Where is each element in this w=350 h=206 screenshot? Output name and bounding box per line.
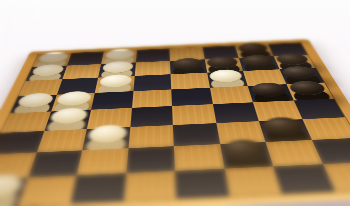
black-checker-glyph: ⛂ <box>240 54 275 67</box>
white-checker-glyph: ⛀ <box>98 74 132 88</box>
square-c5[interactable] <box>91 91 133 110</box>
black-checker-glyph: ⛂ <box>206 56 239 69</box>
square-d4[interactable] <box>130 106 173 127</box>
white-checker-glyph: ⛀ <box>36 51 69 63</box>
square-h3[interactable] <box>302 117 350 140</box>
white-checker-glyph: ⛀ <box>209 69 244 83</box>
black-checker-glyph: ⛂ <box>222 139 267 161</box>
white-checker-c8[interactable]: ⛀ <box>104 48 134 60</box>
square-b4[interactable]: ⛀ <box>44 110 91 131</box>
square-f5[interactable] <box>209 86 252 104</box>
white-checker-c7[interactable]: ⛀ <box>101 61 133 74</box>
square-c1[interactable] <box>70 173 125 204</box>
square-b2[interactable] <box>28 150 83 177</box>
black-checker-f2[interactable]: ⛂ <box>222 139 267 161</box>
square-f4[interactable] <box>212 102 258 123</box>
square-a5[interactable]: ⛀ <box>10 94 56 113</box>
square-e1[interactable] <box>175 168 229 198</box>
square-b1[interactable] <box>18 175 77 206</box>
square-d2[interactable] <box>126 146 175 173</box>
black-checker-glyph: ⛂ <box>287 80 328 95</box>
black-checker-g3[interactable]: ⛂ <box>261 116 306 135</box>
black-checker-g8[interactable]: ⛂ <box>237 43 270 54</box>
square-d3[interactable] <box>128 125 174 148</box>
square-e5[interactable] <box>171 88 212 106</box>
black-checker-glyph: ⛂ <box>261 116 306 135</box>
square-e4[interactable] <box>172 104 216 125</box>
black-checker-f7[interactable]: ⛂ <box>206 56 239 69</box>
black-checker-h6[interactable]: ⛂ <box>281 66 319 80</box>
checkers-board: ⛀⛀⛂⛀⛀⛂⛂⛂⛂⛀⛀⛂⛀⛀⛂⛂⛀⛀⛂⛂⛀ <box>0 39 350 206</box>
square-h4[interactable] <box>293 99 344 119</box>
square-c2[interactable] <box>77 148 128 175</box>
square-f1[interactable] <box>224 166 282 196</box>
white-checker-a8[interactable]: ⛀ <box>36 51 69 63</box>
black-checker-glyph: ⛂ <box>250 82 289 97</box>
white-checker-glyph: ⛀ <box>55 91 93 107</box>
white-checker-f6[interactable]: ⛀ <box>209 69 244 83</box>
black-checker-g5[interactable]: ⛂ <box>250 82 289 97</box>
square-c3[interactable]: ⛀ <box>82 127 130 151</box>
white-checker-c3[interactable]: ⛀ <box>87 124 128 144</box>
white-checker-c6[interactable]: ⛀ <box>98 74 132 88</box>
black-checker-glyph: ⛂ <box>172 58 203 71</box>
black-checker-glyph: ⛂ <box>275 53 311 66</box>
board-perspective-wrapper: ⛀⛀⛂⛀⛀⛂⛂⛂⛂⛀⛀⛂⛀⛀⛂⛂⛀⛀⛂⛂⛀ <box>0 0 350 206</box>
square-d5[interactable] <box>132 89 172 108</box>
white-checker-glyph: ⛀ <box>49 107 89 125</box>
square-e3[interactable] <box>173 123 220 146</box>
black-checker-glyph: ⛂ <box>237 43 270 54</box>
white-checker-glyph: ⛀ <box>15 92 55 108</box>
board-tilt-wrapper: ⛀⛀⛂⛀⛀⛂⛂⛂⛂⛀⛀⛂⛀⛀⛂⛂⛀⛀⛂⛂⛀ <box>0 0 350 206</box>
white-checker-glyph: ⛀ <box>104 48 134 60</box>
black-checker-glyph: ⛂ <box>281 66 319 80</box>
square-e2[interactable] <box>174 144 224 170</box>
white-checker-a7[interactable]: ⛀ <box>30 64 65 77</box>
black-checker-g7[interactable]: ⛂ <box>240 54 275 67</box>
white-checker-glyph: ⛀ <box>101 61 133 74</box>
checkers-photo-scene: ⛀⛀⛂⛀⛀⛂⛂⛂⛂⛀⛀⛂⛀⛀⛂⛂⛀⛀⛂⛂⛀ <box>0 0 350 206</box>
square-d1[interactable] <box>123 171 176 202</box>
black-checker-e7[interactable]: ⛂ <box>172 58 203 71</box>
white-checker-a5[interactable]: ⛀ <box>15 92 55 108</box>
black-checker-h7[interactable]: ⛂ <box>275 53 311 66</box>
square-b3[interactable] <box>36 129 87 153</box>
white-checker-b4[interactable]: ⛀ <box>49 107 89 125</box>
white-checker-glyph: ⛀ <box>87 124 128 144</box>
board-squares-grid: ⛀⛀⛂⛀⛀⛂⛂⛂⛂⛀⛀⛂⛀⛀⛂⛂⛀⛀⛂⛂⛀ <box>0 43 350 206</box>
square-f2[interactable]: ⛂ <box>220 142 273 168</box>
square-h5[interactable]: ⛂ <box>286 82 334 100</box>
black-checker-h5[interactable]: ⛂ <box>287 80 328 95</box>
white-checker-glyph: ⛀ <box>30 64 65 77</box>
white-checker-b5[interactable]: ⛀ <box>55 91 93 107</box>
